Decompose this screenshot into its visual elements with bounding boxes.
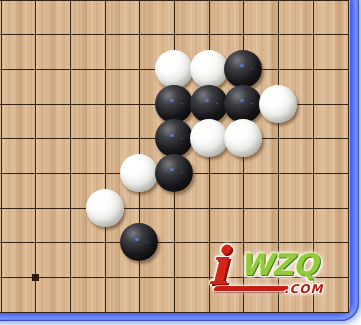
watermark-underline	[213, 286, 289, 291]
black-stone[interactable]	[155, 154, 193, 192]
white-stone[interactable]	[224, 119, 262, 157]
watermark-domain-suffix: .COM	[284, 282, 324, 296]
watermark-logo-i: i	[208, 240, 228, 292]
white-stone[interactable]	[190, 119, 228, 157]
watermark: i WZQ .COM	[206, 246, 328, 300]
white-stone[interactable]	[86, 189, 124, 227]
black-stone[interactable]	[224, 85, 262, 123]
watermark-logo-text: WZQ	[240, 250, 317, 280]
black-stone[interactable]	[120, 223, 158, 261]
white-stone[interactable]	[190, 50, 228, 88]
white-stone[interactable]	[155, 50, 193, 88]
white-stone[interactable]	[120, 154, 158, 192]
black-stone[interactable]	[155, 85, 193, 123]
black-stone[interactable]	[190, 85, 228, 123]
black-stone[interactable]	[224, 50, 262, 88]
white-stone[interactable]	[259, 85, 297, 123]
black-stone[interactable]	[155, 119, 193, 157]
game-screenshot: i WZQ .COM	[0, 0, 361, 325]
